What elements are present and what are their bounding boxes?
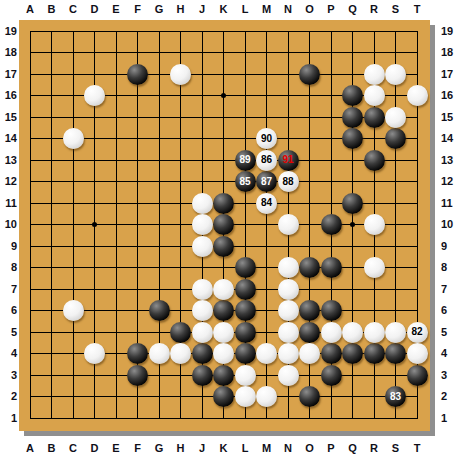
white-stone-N12[interactable]: 88 [278,171,299,192]
white-stone-M4[interactable] [256,343,277,364]
black-stone-K6[interactable] [213,300,234,321]
coordinate-label: 13 [441,153,461,168]
black-stone-F4[interactable] [127,343,148,364]
coordinate-label: 1 [441,411,461,426]
coordinate-label: 12 [441,174,461,189]
coordinate-label: 6 [1,303,17,318]
black-stone-Q16[interactable] [342,85,363,106]
coordinate-label: O [300,441,320,456]
black-stone-Q15[interactable] [342,107,363,128]
move-number-label: 90 [256,128,277,149]
white-stone-C14[interactable] [63,128,84,149]
white-stone-T16[interactable] [407,85,428,106]
move-number-label: 91 [278,150,299,171]
black-stone-T3[interactable] [407,365,428,386]
coordinate-label: 13 [1,153,17,168]
coordinate-label: E [106,441,126,456]
coordinate-label: 11 [1,196,17,211]
move-number-label: 86 [256,150,277,171]
black-stone-K2[interactable] [213,386,234,407]
white-stone-H17[interactable] [170,64,191,85]
move-number-label: 85 [235,171,256,192]
coordinate-label: 18 [1,45,17,60]
white-stone-N8[interactable] [278,257,299,278]
move-number-label: 88 [278,171,299,192]
coordinate-label: 12 [1,174,17,189]
white-stone-M11[interactable]: 84 [256,193,277,214]
coordinate-label: G [149,441,169,456]
black-stone-J3[interactable] [192,365,213,386]
white-stone-O4[interactable] [299,343,320,364]
black-stone-F3[interactable] [127,365,148,386]
black-stone-S4[interactable] [385,343,406,364]
white-stone-J5[interactable] [192,322,213,343]
coordinate-label: M [257,441,277,456]
black-stone-R13[interactable] [364,150,385,171]
white-stone-P5[interactable] [321,322,342,343]
coordinate-label: 15 [1,110,17,125]
coordinate-label: K [214,441,234,456]
move-number-label: 82 [407,322,428,343]
coordinate-label: A [20,441,40,456]
white-stone-D4[interactable] [84,343,105,364]
coordinate-label: B [42,2,62,17]
coordinate-label: C [63,2,83,17]
coordinate-label: 2 [1,389,17,404]
black-stone-F17[interactable] [127,64,148,85]
coordinate-label: G [149,2,169,17]
coordinate-label: N [278,441,298,456]
coordinate-label: 18 [441,45,461,60]
white-stone-K7[interactable] [213,279,234,300]
coordinate-label: 16 [1,88,17,103]
black-stone-L12[interactable]: 85 [235,171,256,192]
white-stone-J6[interactable] [192,300,213,321]
black-stone-O17[interactable] [299,64,320,85]
coordinate-label: 5 [441,325,461,340]
black-stone-K11[interactable] [213,193,234,214]
white-stone-M2[interactable] [256,386,277,407]
coordinate-label: J [192,2,212,17]
coordinate-label: S [386,441,406,456]
white-stone-N6[interactable] [278,300,299,321]
coordinate-label: 16 [441,88,461,103]
white-stone-R16[interactable] [364,85,385,106]
black-stone-H5[interactable] [170,322,191,343]
coordinate-label: F [128,441,148,456]
coordinate-label: B [42,441,62,456]
white-stone-T4[interactable] [407,343,428,364]
coordinate-label: 7 [441,282,461,297]
black-stone-P3[interactable] [321,365,342,386]
white-stone-C6[interactable] [63,300,84,321]
white-stone-N5[interactable] [278,322,299,343]
white-stone-Q5[interactable] [342,322,363,343]
coordinate-label: A [20,2,40,17]
white-stone-N3[interactable] [278,365,299,386]
white-stone-S15[interactable] [385,107,406,128]
black-stone-R15[interactable] [364,107,385,128]
white-stone-J9[interactable] [192,236,213,257]
coordinate-label: R [364,441,384,456]
white-stone-M13[interactable]: 86 [256,150,277,171]
white-stone-T5[interactable]: 82 [407,322,428,343]
black-stone-K9[interactable] [213,236,234,257]
coordinate-label: 9 [441,239,461,254]
coordinate-label: L [235,2,255,17]
black-stone-O8[interactable] [299,257,320,278]
coordinate-label: 4 [1,346,17,361]
black-stone-Q14[interactable] [342,128,363,149]
white-stone-K4[interactable] [213,343,234,364]
black-stone-P10[interactable] [321,214,342,235]
coordinate-label: P [321,2,341,17]
black-stone-L7[interactable] [235,279,256,300]
coordinate-label: H [171,2,191,17]
black-stone-K10[interactable] [213,214,234,235]
coordinate-label: F [128,2,148,17]
white-stone-G4[interactable] [149,343,170,364]
white-stone-S5[interactable] [385,322,406,343]
coordinate-label: 14 [1,131,17,146]
black-stone-S14[interactable] [385,128,406,149]
coordinate-label: 10 [441,217,461,232]
black-stone-L8[interactable] [235,257,256,278]
white-stone-L3[interactable] [235,365,256,386]
grid-line [30,267,418,268]
coordinate-label: 19 [1,24,17,39]
white-stone-L2[interactable] [235,386,256,407]
white-stone-N4[interactable] [278,343,299,364]
coordinate-label: 15 [441,110,461,125]
black-stone-N13[interactable]: 91 [278,150,299,171]
coordinate-label: Q [343,441,363,456]
white-stone-J10[interactable] [192,214,213,235]
coordinate-label: N [278,2,298,17]
white-stone-N10[interactable] [278,214,299,235]
white-stone-R10[interactable] [364,214,385,235]
coordinate-label: 17 [441,67,461,82]
black-stone-P6[interactable] [321,300,342,321]
coordinate-label: H [171,441,191,456]
move-number-label: 89 [235,150,256,171]
coordinate-label: Q [343,2,363,17]
grid-line [30,418,418,419]
black-stone-M12[interactable]: 87 [256,171,277,192]
move-number-label: 84 [256,193,277,214]
coordinate-label: 17 [1,67,17,82]
coordinate-label: 9 [1,239,17,254]
white-stone-M14[interactable]: 90 [256,128,277,149]
coordinate-label: 7 [1,282,17,297]
black-stone-G6[interactable] [149,300,170,321]
black-stone-K3[interactable] [213,365,234,386]
coordinate-label: 3 [1,368,17,383]
coordinate-label: P [321,441,341,456]
coordinate-label: O [300,2,320,17]
coordinate-label: C [63,441,83,456]
move-number-label: 87 [256,171,277,192]
white-stone-K5[interactable] [213,322,234,343]
black-stone-J4[interactable] [192,343,213,364]
white-stone-H4[interactable] [170,343,191,364]
black-stone-O6[interactable] [299,300,320,321]
goban[interactable]: 89918587839086888482 [19,20,430,431]
coordinate-label: 3 [441,368,461,383]
move-number-label: 83 [385,386,406,407]
black-stone-R4[interactable] [364,343,385,364]
coordinate-label: M [257,2,277,17]
coordinate-label: E [106,2,126,17]
black-stone-L4[interactable] [235,343,256,364]
white-stone-N7[interactable] [278,279,299,300]
coordinate-label: 11 [441,196,461,211]
coordinate-label: D [85,441,105,456]
coordinate-label: 4 [441,346,461,361]
star-point [350,222,355,227]
white-stone-R17[interactable] [364,64,385,85]
coordinate-label: 10 [1,217,17,232]
go-diagram-page: ABCDEFGHJKLMNOPQRST ABCDEFGHJKLMNOPQRST … [0,0,462,463]
white-stone-D16[interactable] [84,85,105,106]
black-stone-O2[interactable] [299,386,320,407]
coordinate-label: 14 [441,131,461,146]
white-stone-J11[interactable] [192,193,213,214]
white-stone-J7[interactable] [192,279,213,300]
black-stone-L6[interactable] [235,300,256,321]
black-stone-P8[interactable] [321,257,342,278]
black-stone-Q4[interactable] [342,343,363,364]
black-stone-Q11[interactable] [342,193,363,214]
coordinate-label: R [364,2,384,17]
white-stone-R8[interactable] [364,257,385,278]
coordinate-label: 5 [1,325,17,340]
coordinate-label: 1 [1,411,17,426]
star-point [92,222,97,227]
coordinate-label: T [407,2,427,17]
coordinate-label: 8 [1,260,17,275]
star-point [221,93,226,98]
coordinate-label: S [386,2,406,17]
black-stone-P4[interactable] [321,343,342,364]
black-stone-L5[interactable] [235,322,256,343]
black-stone-S2[interactable]: 83 [385,386,406,407]
coordinate-label: K [214,2,234,17]
black-stone-O5[interactable] [299,322,320,343]
coordinate-label: J [192,441,212,456]
coordinate-label: L [235,441,255,456]
white-stone-R5[interactable] [364,322,385,343]
coordinate-label: D [85,2,105,17]
coordinate-label: 6 [441,303,461,318]
coordinate-label: 8 [441,260,461,275]
black-stone-L13[interactable]: 89 [235,150,256,171]
coordinate-label: 2 [441,389,461,404]
white-stone-S17[interactable] [385,64,406,85]
coordinate-label: 19 [441,24,461,39]
coordinate-label: T [407,441,427,456]
